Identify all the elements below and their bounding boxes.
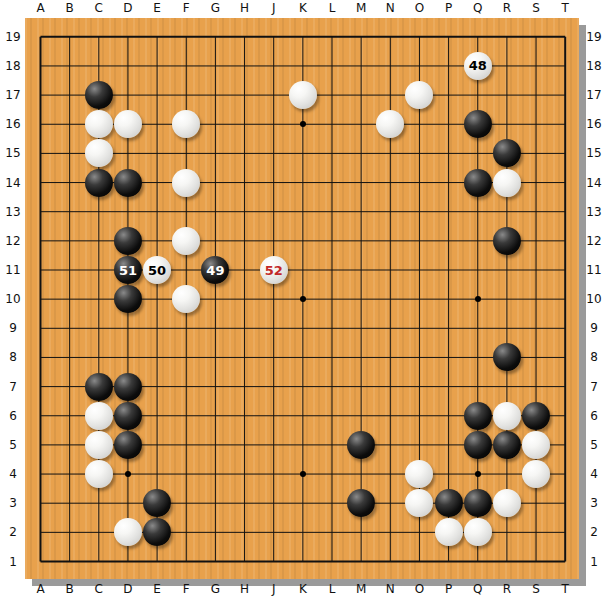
black-stone-d7 [114, 373, 142, 401]
coord-label-bottom-l: L [329, 582, 336, 596]
coord-label-right-7: 7 [590, 380, 598, 394]
black-stone-d12 [114, 227, 142, 255]
coord-label-left-2: 2 [9, 525, 17, 539]
coord-label-bottom-j: J [272, 582, 276, 596]
coord-label-top-s: S [532, 1, 540, 15]
coord-label-left-18: 18 [5, 59, 20, 73]
coord-label-top-e: E [153, 1, 161, 15]
coord-label-right-3: 3 [590, 496, 598, 510]
coord-label-right-8: 8 [590, 350, 598, 364]
coord-label-left-15: 15 [5, 146, 20, 160]
coord-label-bottom-t: T [562, 582, 569, 596]
coord-label-left-8: 8 [9, 350, 17, 364]
black-stone-q5 [464, 431, 492, 459]
black-stone-q14 [464, 169, 492, 197]
coord-label-bottom-h: H [240, 582, 249, 596]
black-stone-c14 [85, 169, 113, 197]
coord-label-right-12: 12 [586, 234, 601, 248]
coord-label-top-d: D [123, 1, 132, 15]
black-stone-s6 [522, 402, 550, 430]
coord-label-bottom-q: Q [473, 582, 482, 596]
black-stone-q3 [464, 489, 492, 517]
coord-label-left-13: 13 [5, 205, 20, 219]
coord-label-right-16: 16 [586, 117, 601, 131]
coord-label-bottom-s: S [532, 582, 540, 596]
coord-label-left-11: 11 [5, 263, 20, 277]
coord-label-top-p: P [445, 1, 452, 15]
coord-label-left-19: 19 [5, 30, 20, 44]
black-stone-q6 [464, 402, 492, 430]
coord-label-top-t: T [562, 1, 569, 15]
coord-label-top-m: M [356, 1, 366, 15]
coord-label-right-5: 5 [590, 438, 598, 452]
white-stone-p2 [435, 518, 463, 546]
white-stone-r6 [493, 402, 521, 430]
coord-label-left-7: 7 [9, 380, 17, 394]
coord-label-bottom-b: B [66, 582, 74, 596]
coord-label-top-j: J [272, 1, 276, 15]
coord-label-bottom-r: R [503, 582, 511, 596]
coord-label-top-h: H [240, 1, 249, 15]
white-stone-c6 [85, 402, 113, 430]
coord-label-bottom-f: F [183, 582, 190, 596]
coord-label-top-g: G [211, 1, 220, 15]
black-stone-p3 [435, 489, 463, 517]
coord-label-top-a: A [36, 1, 44, 15]
coord-label-right-14: 14 [586, 176, 601, 190]
black-stone-d6 [114, 402, 142, 430]
white-stone-d16 [114, 110, 142, 138]
white-stone-j11: 52 [260, 256, 288, 284]
coord-label-bottom-o: O [415, 582, 424, 596]
white-stone-k17 [289, 81, 317, 109]
coord-label-top-n: N [386, 1, 395, 15]
white-stone-c16 [85, 110, 113, 138]
white-stone-f14 [172, 169, 200, 197]
coord-label-left-17: 17 [5, 88, 20, 102]
coord-label-bottom-c: C [95, 582, 103, 596]
move-number-49: 49 [206, 263, 224, 278]
star-point-d4 [125, 471, 131, 477]
coord-label-top-b: B [66, 1, 74, 15]
coord-label-right-13: 13 [586, 205, 601, 219]
white-stone-s5 [522, 431, 550, 459]
coord-label-bottom-a: A [36, 582, 44, 596]
black-stone-d11: 51 [114, 256, 142, 284]
coord-label-left-6: 6 [9, 409, 17, 423]
coord-label-right-17: 17 [586, 88, 601, 102]
coord-label-bottom-n: N [386, 582, 395, 596]
black-stone-d14 [114, 169, 142, 197]
coord-label-bottom-e: E [153, 582, 161, 596]
coord-label-right-15: 15 [586, 146, 601, 160]
coord-label-top-k: K [299, 1, 307, 15]
coord-label-left-10: 10 [5, 292, 20, 306]
black-stone-d10 [114, 285, 142, 313]
star-point-k16 [300, 121, 306, 127]
coord-label-bottom-d: D [123, 582, 132, 596]
white-stone-r3 [493, 489, 521, 517]
star-point-q4 [475, 471, 481, 477]
coord-label-right-18: 18 [586, 59, 601, 73]
go-game-screen: AABBCCDDEEFFGGHHJJKKLLMMNNOOPPQQRRSSTT19… [0, 0, 607, 602]
white-stone-q2 [464, 518, 492, 546]
move-number-48: 48 [469, 58, 487, 73]
coord-label-right-2: 2 [590, 525, 598, 539]
coord-label-right-6: 6 [590, 409, 598, 423]
coord-label-right-19: 19 [586, 30, 601, 44]
coord-label-left-16: 16 [5, 117, 20, 131]
move-number-50: 50 [148, 263, 166, 278]
white-stone-c15 [85, 139, 113, 167]
coord-label-left-1: 1 [9, 555, 17, 569]
coord-label-right-11: 11 [586, 263, 601, 277]
coord-label-bottom-g: G [211, 582, 220, 596]
coord-label-left-3: 3 [9, 496, 17, 510]
coord-label-right-9: 9 [590, 321, 598, 335]
coord-label-right-4: 4 [590, 467, 598, 481]
coord-label-bottom-k: K [299, 582, 307, 596]
coord-label-top-q: Q [473, 1, 482, 15]
black-stone-d5 [114, 431, 142, 459]
coord-label-bottom-m: M [356, 582, 366, 596]
coord-label-left-4: 4 [9, 467, 17, 481]
black-stone-r5 [493, 431, 521, 459]
coord-label-left-5: 5 [9, 438, 17, 452]
white-stone-c5 [85, 431, 113, 459]
coord-label-top-c: C [95, 1, 103, 15]
coord-label-left-14: 14 [5, 176, 20, 190]
coord-label-bottom-p: P [445, 582, 452, 596]
white-stone-e11: 50 [143, 256, 171, 284]
move-number-52: 52 [265, 263, 283, 278]
coord-label-right-1: 1 [590, 555, 598, 569]
coord-label-right-10: 10 [586, 292, 601, 306]
black-stone-m5 [347, 431, 375, 459]
coord-label-top-r: R [503, 1, 511, 15]
star-point-k4 [300, 471, 306, 477]
star-point-k10 [300, 296, 306, 302]
black-stone-c7 [85, 373, 113, 401]
white-stone-c4 [85, 460, 113, 488]
coord-label-top-f: F [183, 1, 190, 15]
coord-label-left-9: 9 [9, 321, 17, 335]
coord-label-left-12: 12 [5, 234, 20, 248]
black-stone-c17 [85, 81, 113, 109]
white-stone-f12 [172, 227, 200, 255]
black-stone-q16 [464, 110, 492, 138]
black-stone-r12 [493, 227, 521, 255]
white-stone-r14 [493, 169, 521, 197]
coord-label-top-o: O [415, 1, 424, 15]
star-point-q10 [475, 296, 481, 302]
coord-label-top-l: L [329, 1, 336, 15]
move-number-51: 51 [119, 263, 137, 278]
white-stone-s4 [522, 460, 550, 488]
white-stone-q18: 48 [464, 52, 492, 80]
